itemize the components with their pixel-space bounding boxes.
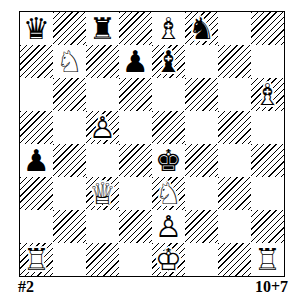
square-d7[interactable]: ♟ bbox=[119, 45, 152, 78]
square-g7[interactable] bbox=[218, 45, 251, 78]
square-h4[interactable] bbox=[251, 144, 284, 177]
square-g1[interactable] bbox=[218, 243, 251, 276]
square-f5[interactable] bbox=[185, 111, 218, 144]
piece-white-pawn[interactable]: ♙ bbox=[86, 111, 119, 144]
square-b8[interactable] bbox=[53, 12, 86, 45]
square-f3[interactable] bbox=[185, 177, 218, 210]
square-f7[interactable] bbox=[185, 45, 218, 78]
piece-white-rook[interactable]: ♖ bbox=[251, 243, 284, 276]
piece-black-pawn[interactable]: ♟ bbox=[20, 144, 53, 177]
piece-white-knight[interactable]: ♘ bbox=[53, 45, 86, 78]
square-h3[interactable] bbox=[251, 177, 284, 210]
square-g3[interactable] bbox=[218, 177, 251, 210]
piece-black-king[interactable]: ♚ bbox=[152, 144, 185, 177]
square-a4[interactable]: ♟ bbox=[20, 144, 53, 177]
square-a3[interactable] bbox=[20, 177, 53, 210]
piece-black-bishop[interactable]: ♝ bbox=[152, 45, 185, 78]
square-e7[interactable]: ♝ bbox=[152, 45, 185, 78]
piece-white-pawn[interactable]: ♙ bbox=[152, 210, 185, 243]
square-h1[interactable]: ♜♖ bbox=[251, 243, 284, 276]
square-e8[interactable]: ♝♗ bbox=[152, 12, 185, 45]
square-h2[interactable] bbox=[251, 210, 284, 243]
square-c7[interactable] bbox=[86, 45, 119, 78]
square-h7[interactable] bbox=[251, 45, 284, 78]
piece-count-label: 10+7 bbox=[255, 278, 288, 296]
square-a8[interactable]: ♛ bbox=[20, 12, 53, 45]
square-b5[interactable] bbox=[53, 111, 86, 144]
square-b7[interactable]: ♞♘ bbox=[53, 45, 86, 78]
square-h6[interactable]: ♝♗ bbox=[251, 78, 284, 111]
square-e1[interactable]: ♚♔ bbox=[152, 243, 185, 276]
square-b6[interactable] bbox=[53, 78, 86, 111]
square-f2[interactable] bbox=[185, 210, 218, 243]
square-c2[interactable] bbox=[86, 210, 119, 243]
page: ♛♜♝♗♞♞♘♟♝♝♗♟♙♟♚♛♕♞♘♟♙♜♖♚♔♜♖ #2 10+7 bbox=[0, 0, 300, 300]
square-c8[interactable]: ♜ bbox=[86, 12, 119, 45]
square-h5[interactable] bbox=[251, 111, 284, 144]
square-d1[interactable] bbox=[119, 243, 152, 276]
square-f1[interactable] bbox=[185, 243, 218, 276]
square-e4[interactable]: ♚ bbox=[152, 144, 185, 177]
square-d3[interactable] bbox=[119, 177, 152, 210]
square-a7[interactable] bbox=[20, 45, 53, 78]
piece-white-bishop[interactable]: ♗ bbox=[152, 12, 185, 45]
square-c3[interactable]: ♛♕ bbox=[86, 177, 119, 210]
square-g8[interactable] bbox=[218, 12, 251, 45]
square-b2[interactable] bbox=[53, 210, 86, 243]
square-d2[interactable] bbox=[119, 210, 152, 243]
square-a2[interactable] bbox=[20, 210, 53, 243]
square-b4[interactable] bbox=[53, 144, 86, 177]
square-a6[interactable] bbox=[20, 78, 53, 111]
square-c6[interactable] bbox=[86, 78, 119, 111]
piece-white-knight[interactable]: ♘ bbox=[152, 177, 185, 210]
piece-white-rook[interactable]: ♖ bbox=[20, 243, 53, 276]
square-f6[interactable] bbox=[185, 78, 218, 111]
square-c1[interactable] bbox=[86, 243, 119, 276]
square-d5[interactable] bbox=[119, 111, 152, 144]
square-d8[interactable] bbox=[119, 12, 152, 45]
piece-black-pawn[interactable]: ♟ bbox=[119, 45, 152, 78]
square-g6[interactable] bbox=[218, 78, 251, 111]
square-d6[interactable] bbox=[119, 78, 152, 111]
square-e3[interactable]: ♞♘ bbox=[152, 177, 185, 210]
piece-white-queen[interactable]: ♕ bbox=[86, 177, 119, 210]
square-h8[interactable] bbox=[251, 12, 284, 45]
chess-board: ♛♜♝♗♞♞♘♟♝♝♗♟♙♟♚♛♕♞♘♟♙♜♖♚♔♜♖ bbox=[19, 11, 285, 277]
piece-black-knight[interactable]: ♞ bbox=[185, 12, 218, 45]
square-a1[interactable]: ♜♖ bbox=[20, 243, 53, 276]
square-b1[interactable] bbox=[53, 243, 86, 276]
piece-black-rook[interactable]: ♜ bbox=[86, 12, 119, 45]
square-g4[interactable] bbox=[218, 144, 251, 177]
square-c5[interactable]: ♟♙ bbox=[86, 111, 119, 144]
square-b3[interactable] bbox=[53, 177, 86, 210]
piece-white-bishop[interactable]: ♗ bbox=[251, 78, 284, 111]
square-c4[interactable] bbox=[86, 144, 119, 177]
square-f4[interactable] bbox=[185, 144, 218, 177]
square-g5[interactable] bbox=[218, 111, 251, 144]
square-g2[interactable] bbox=[218, 210, 251, 243]
square-e2[interactable]: ♟♙ bbox=[152, 210, 185, 243]
stipulation-label: #2 bbox=[18, 278, 34, 296]
piece-white-king[interactable]: ♔ bbox=[152, 243, 185, 276]
square-d4[interactable] bbox=[119, 144, 152, 177]
square-e6[interactable] bbox=[152, 78, 185, 111]
square-a5[interactable] bbox=[20, 111, 53, 144]
square-e5[interactable] bbox=[152, 111, 185, 144]
square-f8[interactable]: ♞ bbox=[185, 12, 218, 45]
piece-black-queen[interactable]: ♛ bbox=[20, 12, 53, 45]
